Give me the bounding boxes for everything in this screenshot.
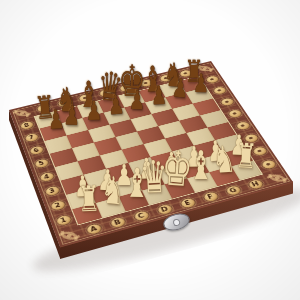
border-medallion [260, 159, 277, 170]
border-medallion [243, 133, 259, 143]
rank-label: 4 [39, 171, 54, 182]
product-photo: 8A7B6C5D4E3F2G1H ♜♞♝♛♚♝♞♜♟♟♟♟♟♟♟♟♟♟♟♟♟♟♟… [0, 0, 300, 300]
file-label: E [179, 197, 196, 208]
corner-ornament [12, 107, 31, 120]
border-medallion [98, 89, 112, 98]
file-label: H [247, 179, 264, 190]
rank-label: 1 [55, 214, 71, 226]
file-label: D [156, 204, 173, 216]
rank-label: 2 [50, 200, 66, 211]
corner-ornament [266, 171, 289, 186]
file-label: F [202, 191, 219, 202]
file-label: C [133, 210, 150, 222]
rank-label: 6 [29, 145, 44, 155]
border-medallion [158, 74, 172, 82]
file-label: A [85, 223, 102, 235]
border-medallion [212, 86, 227, 95]
border-medallion [219, 97, 234, 106]
border-medallion [205, 75, 220, 84]
border-medallion [78, 94, 92, 103]
border-medallion [235, 121, 251, 131]
file-label: B [109, 216, 126, 228]
border-medallion [36, 104, 50, 113]
border-medallion [178, 69, 192, 77]
rank-label: 8 [19, 120, 33, 129]
corner-ornament [58, 227, 81, 244]
corner-ornament [195, 63, 215, 74]
rank-label: 7 [24, 133, 38, 143]
border-medallion [57, 99, 71, 108]
border-medallion [139, 79, 153, 88]
rank-label: 5 [34, 158, 49, 168]
border-medallion [251, 146, 267, 156]
border-medallion [227, 109, 242, 118]
file-label: G [225, 185, 242, 196]
clasp-pin [172, 218, 181, 227]
border-medallion [118, 84, 132, 93]
rank-label: 3 [44, 185, 60, 196]
